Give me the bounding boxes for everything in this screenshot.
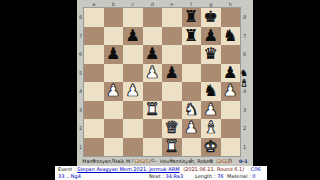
eco-code: C06 [251,166,261,172]
square-e5[interactable]: ♟ [162,64,182,83]
coord-label: h [221,0,241,8]
coord-label: 2 [77,119,84,138]
coord-label: a [84,0,104,8]
square-e6[interactable] [162,45,182,64]
square-a7[interactable] [84,27,104,46]
square-c4[interactable]: ♟ [123,82,143,101]
black-knight[interactable]: ♞ [204,82,218,100]
captured-white-bishop-icon: ♝ [240,78,248,88]
square-d5[interactable]: ♟ [143,64,163,83]
black-king[interactable]: ♚ [204,8,218,26]
square-g2[interactable]: ♝ [201,119,221,138]
square-d3[interactable]: ♜ [143,101,163,120]
coord-label: 3 [77,101,84,120]
square-c6[interactable] [123,45,143,64]
black-pawn[interactable]: ♟ [126,27,140,45]
white-pawn[interactable]: ♟ [126,82,140,100]
players-separator: -- [154,158,157,166]
square-f4[interactable] [182,82,202,101]
square-f3[interactable]: ♞ [182,101,202,120]
square-f2[interactable]: ♟ [182,119,202,138]
black-pawn[interactable]: ♟ [165,64,179,82]
square-c1[interactable] [123,138,143,157]
square-a1[interactable] [84,138,104,157]
square-c2[interactable] [123,119,143,138]
square-b4[interactable]: ♟ [104,82,124,101]
coord-label: e [162,0,182,8]
white-pawn[interactable]: ♟ [204,101,218,119]
white-rook[interactable]: ♜ [145,101,159,119]
square-b5[interactable] [104,64,124,83]
coord-label: 6 [77,45,84,64]
square-f6[interactable] [182,45,202,64]
coord-label: 8 [77,8,84,27]
square-h6[interactable] [221,45,241,64]
coord-label: 3 [240,101,249,120]
coord-label: c [123,0,143,8]
white-queen[interactable]: ♛ [165,119,179,137]
black-pawn[interactable]: ♟ [223,64,237,82]
next-move: Next : 34.Ra3 [149,173,183,180]
square-d7[interactable] [143,27,163,46]
move-played: 33 .. Ng4 [58,173,81,180]
square-g1[interactable]: ♚ [201,138,221,157]
material-label: Material : [227,173,251,179]
square-b7[interactable] [104,27,124,46]
square-d4[interactable] [143,82,163,101]
square-g3[interactable]: ♟ [201,101,221,120]
coord-label: 5 [77,64,84,83]
black-pawn[interactable]: ♟ [106,45,120,63]
event-detail: (2021.06.11, Round 6.1) [183,166,244,172]
coord-label: g [201,0,221,8]
square-g4[interactable]: ♞ [201,82,221,101]
square-b2[interactable] [104,119,124,138]
white-pawn[interactable]: ♟ [145,64,159,82]
captured-black-knight-icon: ♞ [240,68,248,78]
square-b1[interactable] [104,138,124,157]
black-pawn[interactable]: ♟ [145,45,159,63]
next-value: 34.Ra3 [166,173,184,179]
square-c3[interactable] [123,101,143,120]
square-h2[interactable] [221,119,241,138]
black-player-rating: (2622) [216,158,232,166]
square-g8[interactable]: ♚ [201,8,221,27]
white-king[interactable]: ♚ [204,138,218,156]
players-caption: Martirosyan, Haik M. (2625) -- Hovhannis… [77,158,253,166]
black-player-name: Hovhannisyan, Robert [160,158,213,166]
material-tray: ♞ ♝ [237,68,251,88]
next-label: Next : [149,173,164,179]
square-g7[interactable]: ♟ [201,27,221,46]
square-e3[interactable] [162,101,182,120]
coord-label: b [104,0,124,8]
square-g5[interactable] [201,64,221,83]
coord-label: 4 [77,82,84,101]
stats-line: 33 .. Ng4 Next : 34.Ra3 Length : 76 Mate… [55,173,267,180]
event-link[interactable]: Stepan Avagyan Mem 2021, Jermuk ARM [77,166,179,172]
square-b3[interactable] [104,101,124,120]
square-a3[interactable] [84,101,104,120]
chessboard-panel: abcdefgh ♜♚♟♜♟♞♟♟♛♟♟♟♟♟♞♟♜♞♟♛♟♝♜♚ abcdef… [77,0,253,166]
coord-label: 2 [240,119,249,138]
square-d1[interactable] [143,138,163,157]
coord-label: 1 [77,138,84,157]
event-label: Event : [58,166,76,172]
coord-label: 1 [240,138,249,157]
square-f8[interactable]: ♜ [182,8,202,27]
square-d2[interactable] [143,119,163,138]
square-b8[interactable] [104,8,124,27]
square-a6[interactable] [84,45,104,64]
game-length: Length : 76 [195,173,224,180]
white-player-name: Martirosyan, Haik M. [82,158,131,166]
square-e7[interactable] [162,27,182,46]
square-f7[interactable]: ♜ [182,27,202,46]
rank-labels-left: 87654321 [77,8,84,156]
coord-label: 7 [77,27,84,46]
square-a2[interactable] [84,119,104,138]
chess-board[interactable]: ♜♚♟♜♟♞♟♟♛♟♟♟♟♟♞♟♜♞♟♛♟♝♜♚ [84,8,240,156]
white-pawn[interactable]: ♟ [106,82,120,100]
square-f5[interactable] [182,64,202,83]
material-balance: Material : 0 [227,173,255,180]
length-label: Length : [195,173,216,179]
square-h1[interactable] [221,138,241,157]
square-d6[interactable]: ♟ [143,45,163,64]
white-bishop[interactable]: ♝ [204,119,218,137]
square-a5[interactable] [84,64,104,83]
white-player-rating: (2625) [135,158,151,166]
coord-label: 8 [240,8,249,27]
square-e4[interactable] [162,82,182,101]
square-a4[interactable] [84,82,104,101]
square-b6[interactable]: ♟ [104,45,124,64]
game-result: 0-1 [239,158,248,166]
square-e8[interactable] [162,8,182,27]
info-strip: Event : Stepan Avagyan Mem 2021, Jermuk … [55,166,267,180]
black-pawn[interactable]: ♟ [204,27,218,45]
square-h7[interactable]: ♞ [221,27,241,46]
square-h3[interactable] [221,101,241,120]
black-rook[interactable]: ♜ [184,8,198,26]
material-value: 0 [252,173,255,179]
black-knight[interactable]: ♞ [223,27,237,45]
square-a8[interactable] [84,8,104,27]
square-g6[interactable]: ♛ [201,45,221,64]
square-c8[interactable] [123,8,143,27]
white-pawn[interactable]: ♟ [223,82,237,100]
length-value: 76 [217,173,223,179]
white-rook[interactable]: ♜ [165,138,179,156]
square-d8[interactable] [143,8,163,27]
white-knight[interactable]: ♞ [184,101,198,119]
square-c5[interactable] [123,64,143,83]
black-rook[interactable]: ♜ [184,27,198,45]
square-e1[interactable]: ♜ [162,138,182,157]
square-c7[interactable]: ♟ [123,27,143,46]
square-f1[interactable] [182,138,202,157]
coord-label: f [182,0,202,8]
coord-label: 6 [240,45,249,64]
square-h8[interactable] [221,8,241,27]
coord-label: d [143,0,163,8]
square-e2[interactable]: ♛ [162,119,182,138]
file-labels-top: abcdefgh [84,0,240,8]
black-queen[interactable]: ♛ [204,45,218,63]
white-pawn[interactable]: ♟ [184,119,198,137]
coord-label: 7 [240,27,249,46]
event-line: Event : Stepan Avagyan Mem 2021, Jermuk … [55,166,267,173]
